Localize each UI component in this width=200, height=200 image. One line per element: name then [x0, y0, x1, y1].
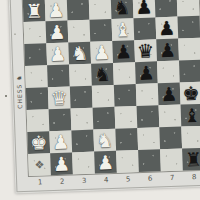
square-e6 [136, 83, 159, 106]
black-bishop-f8: ♝ [183, 104, 200, 127]
square-h4: ♟ [94, 151, 117, 174]
square-d8 [179, 60, 200, 83]
black-king-e8: ♚ [182, 82, 200, 105]
square-h7 [160, 149, 183, 172]
square-b5: ♝ [112, 18, 135, 41]
square-d2 [47, 64, 70, 87]
square-a3 [67, 0, 90, 20]
white-bishop-b5: ♝ [114, 18, 132, 41]
black-queen-c6: ♛ [137, 39, 155, 62]
square-c8 [178, 38, 200, 61]
square-h5 [116, 150, 139, 173]
white-knight-g4: ♞ [96, 129, 114, 152]
square-c3: ♞ [68, 42, 91, 65]
square-h1: ❖ [28, 153, 51, 176]
square-c2: ♟ [46, 42, 69, 65]
chess-board: ♜♟♞♟♟♝♟♟♞♟♟♛♟♞♟♛♟♚♝♚♟♞❖♟♟♜ 12345678 CHES… [9, 0, 200, 193]
rank-label-2: 2 [51, 175, 73, 190]
square-f2 [49, 108, 72, 131]
square-b8 [177, 16, 200, 39]
black-pawn-b7: ♟ [158, 17, 176, 40]
square-d6: ♟ [135, 61, 158, 84]
square-b7: ♟ [155, 17, 178, 40]
square-f4 [93, 107, 116, 130]
square-f6 [137, 105, 160, 128]
square-e7: ♟ [158, 83, 181, 106]
black-knight-a5: ♞ [113, 0, 131, 19]
square-b4 [90, 19, 113, 42]
rank-label-5: 5 [117, 173, 139, 188]
square-d4: ♞ [91, 63, 114, 86]
square-f7 [159, 105, 182, 128]
square-f8: ♝ [181, 104, 200, 127]
board-grid: ♜♟♞♟♟♝♟♟♞♟♟♛♟♞♟♛♟♚♝♚♟♞❖♟♟♜ [23, 0, 200, 176]
square-b3 [68, 20, 91, 43]
black-pawn-a6: ♟ [135, 0, 153, 18]
square-g3 [71, 130, 94, 153]
square-d3 [69, 64, 92, 87]
square-a5: ♞ [111, 0, 134, 19]
square-g7 [159, 127, 182, 150]
black-pawn-c5: ♟ [115, 40, 133, 63]
square-f3 [71, 108, 94, 131]
white-pawn-a2: ♟ [47, 0, 65, 21]
square-e5 [114, 84, 137, 107]
square-e3 [70, 86, 93, 109]
square-g6 [137, 127, 160, 150]
rank-label-4: 4 [95, 174, 117, 189]
square-b6 [133, 17, 156, 40]
photo-scene: ♜♟♞♟♟♝♟♟♞♟♟♛♟♞♟♛♟♚♝♚♟♞❖♟♟♜ 12345678 CHES… [0, 0, 200, 200]
square-c4: ♟ [90, 41, 113, 64]
square-g4: ♞ [93, 129, 116, 152]
square-e8: ♚ [180, 82, 200, 105]
white-pawn-h4: ♟ [97, 151, 115, 174]
square-h3 [72, 152, 95, 175]
square-h8: ♜ [182, 148, 200, 171]
white-king-g1: ♚ [30, 131, 48, 154]
square-e1 [26, 87, 49, 110]
square-e4 [92, 85, 115, 108]
white-pawn-c4: ♟ [93, 41, 111, 64]
square-b1 [24, 21, 47, 44]
white-pawn-g2: ♟ [52, 130, 70, 153]
square-a2: ♟ [45, 0, 68, 21]
rank-label-3: 3 [73, 175, 95, 190]
square-h2: ♟ [50, 152, 73, 175]
rank-label-6: 6 [139, 172, 161, 187]
black-pawn-c7: ♟ [159, 39, 177, 62]
black-pawn-d6: ♟ [137, 61, 155, 84]
white-knight-c3: ♞ [71, 42, 89, 65]
square-d5 [113, 62, 136, 85]
board-logo-emblem: ❖ [28, 153, 51, 176]
board-brand-text: CHESS ♞ [15, 74, 23, 109]
white-pawn-c2: ♟ [49, 43, 67, 66]
white-pawn-h2: ♟ [53, 152, 71, 175]
square-a4 [89, 0, 112, 20]
square-c5: ♟ [112, 40, 135, 63]
rank-label-7: 7 [161, 172, 183, 187]
square-c6: ♛ [134, 39, 157, 62]
square-b2: ♟ [46, 20, 69, 43]
white-queen-e2: ♛ [50, 87, 68, 110]
square-f1 [27, 109, 50, 132]
square-f5 [115, 106, 138, 129]
square-a1: ♜ [23, 0, 46, 22]
rank-label-1: 1 [29, 176, 51, 191]
square-a6: ♟ [133, 0, 156, 18]
square-g8 [181, 126, 200, 149]
square-g1: ♚ [27, 131, 50, 154]
square-a7 [155, 0, 178, 17]
square-a8 [177, 0, 200, 17]
white-rook-a1: ♜ [25, 0, 43, 22]
white-pawn-b2: ♟ [48, 21, 66, 44]
black-rook-h8: ♜ [185, 148, 200, 171]
square-c7: ♟ [156, 39, 179, 62]
square-g5 [115, 128, 138, 151]
square-c1 [24, 43, 47, 66]
black-pawn-e7: ♟ [160, 83, 178, 106]
square-e2: ♛ [48, 86, 71, 109]
square-d7 [157, 61, 180, 84]
square-h6 [138, 149, 161, 172]
black-knight-d4: ♞ [94, 63, 112, 86]
square-g2: ♟ [49, 130, 72, 153]
rank-label-8: 8 [183, 171, 200, 186]
square-d1 [25, 65, 48, 88]
